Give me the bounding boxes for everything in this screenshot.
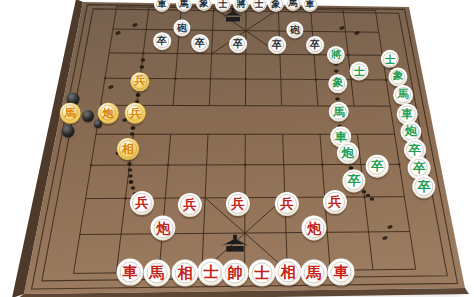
piece-character: 相 — [177, 265, 192, 280]
piece-character: 士 — [254, 265, 269, 280]
piece-red-soldier[interactable]: 兵 — [323, 190, 347, 214]
piece-black-disc[interactable] — [94, 120, 102, 128]
piece-red-soldier[interactable]: 兵 — [275, 192, 299, 216]
piece-yellow-soldier[interactable]: 兵 — [125, 103, 146, 124]
pieces-layer: 車馬象士將士象馬車砲砲卒卒卒卒卒車馬相士帥士相馬車炮炮兵兵兵兵兵將士象馬車炮卒卒… — [0, 0, 474, 297]
piece-character: 將 — [236, 0, 245, 9]
piece-character: 車 — [401, 108, 413, 120]
piece-character: 士 — [203, 264, 218, 279]
piece-character: 卒 — [195, 38, 205, 48]
piece-character: 相 — [280, 264, 295, 279]
piece-character: 車 — [305, 0, 314, 9]
piece-character: 車 — [122, 264, 137, 279]
piece-character: 卒 — [409, 144, 421, 156]
piece-red-horse[interactable]: 馬 — [301, 260, 328, 287]
piece-character: 馬 — [179, 0, 188, 9]
piece-black-elephant[interactable]: 象 — [268, 0, 284, 12]
piece-black-elephant[interactable]: 象 — [196, 0, 212, 11]
piece-green-soldier[interactable]: 卒 — [342, 169, 365, 192]
piece-character: 將 — [331, 50, 341, 60]
piece-yellow-soldier[interactable]: 兵 — [130, 72, 149, 91]
piece-red-elephant[interactable]: 相 — [172, 260, 199, 287]
piece-red-cannon[interactable]: 炮 — [150, 215, 175, 240]
piece-character: 馬 — [288, 0, 297, 8]
piece-black-general[interactable]: 將 — [233, 0, 249, 12]
piece-character: 象 — [199, 0, 208, 8]
piece-character: 卒 — [272, 40, 282, 50]
piece-character: 卒 — [157, 36, 167, 46]
piece-character: 馬 — [149, 265, 164, 280]
piece-character: 炮 — [102, 107, 113, 118]
piece-black-advisor[interactable]: 士 — [251, 0, 267, 12]
piece-character: 帥 — [227, 265, 242, 280]
piece-green-soldier[interactable]: 卒 — [412, 175, 435, 198]
piece-green-elephant[interactable]: 象 — [328, 74, 347, 93]
piece-black-cannon[interactable]: 砲 — [173, 19, 190, 36]
piece-green-soldier[interactable]: 卒 — [366, 155, 389, 178]
piece-character: 車 — [157, 0, 166, 9]
piece-black-soldier[interactable]: 卒 — [191, 34, 209, 52]
piece-character: 卒 — [371, 160, 384, 173]
piece-character: 士 — [254, 0, 263, 9]
piece-black-soldier[interactable]: 卒 — [229, 35, 247, 53]
piece-character: 馬 — [64, 107, 75, 118]
piece-character: 炮 — [405, 126, 417, 138]
piece-green-cannon[interactable]: 炮 — [337, 142, 359, 164]
piece-black-horse[interactable]: 馬 — [176, 0, 192, 12]
piece-character: 砲 — [290, 25, 300, 35]
piece-black-soldier[interactable]: 卒 — [153, 32, 171, 50]
piece-green-elephant[interactable]: 象 — [388, 67, 407, 86]
piece-character: 象 — [393, 72, 404, 83]
piece-red-chariot[interactable]: 車 — [117, 259, 144, 286]
piece-character: 炮 — [342, 147, 354, 159]
piece-red-soldier[interactable]: 兵 — [178, 193, 202, 217]
piece-red-elephant[interactable]: 相 — [275, 259, 302, 286]
piece-black-soldier[interactable]: 卒 — [306, 36, 324, 54]
piece-yellow-elephant[interactable]: 相 — [117, 138, 139, 160]
piece-character: 兵 — [328, 195, 341, 208]
piece-red-general[interactable]: 帥 — [222, 260, 249, 287]
xiangqi-photo-scene: Xiangqi (Chinese chess) board photograph… — [0, 0, 474, 297]
piece-black-chariot[interactable]: 車 — [302, 0, 318, 12]
piece-character: 卒 — [233, 39, 243, 49]
piece-character: 卒 — [347, 174, 360, 187]
piece-yellow-horse[interactable]: 馬 — [60, 103, 81, 124]
piece-red-chariot[interactable]: 車 — [328, 259, 355, 286]
piece-black-disc[interactable] — [82, 110, 94, 122]
piece-character: 兵 — [183, 198, 197, 212]
piece-black-advisor[interactable]: 士 — [215, 0, 231, 12]
piece-character: 卒 — [417, 180, 430, 193]
piece-character: 兵 — [135, 77, 146, 88]
piece-character: 士 — [354, 66, 365, 77]
piece-black-soldier[interactable]: 卒 — [268, 36, 286, 54]
piece-red-soldier[interactable]: 兵 — [226, 192, 250, 216]
piece-green-horse[interactable]: 馬 — [393, 85, 413, 105]
piece-green-advisor[interactable]: 士 — [350, 62, 369, 81]
piece-black-horse[interactable]: 馬 — [285, 0, 301, 11]
piece-character: 兵 — [280, 197, 294, 211]
piece-red-advisor[interactable]: 士 — [198, 259, 225, 286]
piece-black-cannon[interactable]: 砲 — [286, 21, 303, 38]
piece-character: 炮 — [307, 221, 321, 235]
piece-green-horse[interactable]: 馬 — [329, 102, 349, 122]
piece-character: 兵 — [231, 197, 245, 211]
piece-character: 砲 — [177, 23, 187, 33]
piece-black-disc[interactable] — [62, 125, 75, 138]
piece-character: 炮 — [156, 221, 170, 235]
piece-character: 卒 — [310, 40, 320, 50]
piece-character: 象 — [271, 0, 280, 9]
piece-character: 象 — [333, 79, 344, 90]
piece-green-advisor[interactable]: 士 — [381, 50, 399, 68]
piece-character: 馬 — [306, 265, 321, 280]
piece-red-horse[interactable]: 馬 — [144, 260, 171, 287]
piece-character: 兵 — [129, 107, 140, 118]
piece-character: 車 — [333, 264, 348, 279]
piece-red-cannon[interactable]: 炮 — [301, 215, 326, 240]
piece-red-soldier[interactable]: 兵 — [130, 191, 154, 215]
piece-red-advisor[interactable]: 士 — [249, 260, 276, 287]
piece-character: 相 — [122, 143, 134, 155]
piece-green-general[interactable]: 將 — [327, 46, 345, 64]
piece-character: 馬 — [397, 89, 408, 100]
piece-character: 馬 — [333, 106, 344, 117]
piece-character: 士 — [385, 54, 395, 64]
piece-character: 士 — [218, 0, 227, 9]
piece-black-chariot[interactable]: 車 — [154, 0, 170, 12]
piece-character: 卒 — [413, 162, 426, 175]
piece-character: 兵 — [135, 196, 149, 210]
